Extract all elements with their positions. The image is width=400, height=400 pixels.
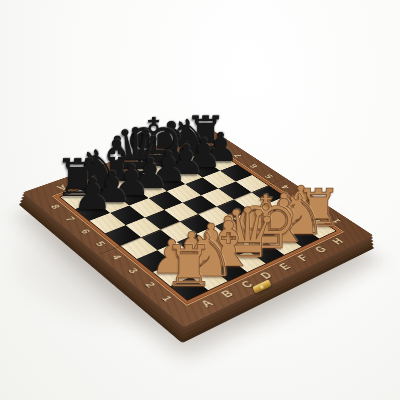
chess-set-photo: AABBCCDDEEFFGGHH1122334455667788 ♜♞♟♝♟♚♟…	[0, 0, 400, 400]
piece-black-pawn-a7[interactable]: ♟	[73, 173, 112, 217]
piece-white-rook-a1[interactable]: ♜	[163, 238, 214, 295]
